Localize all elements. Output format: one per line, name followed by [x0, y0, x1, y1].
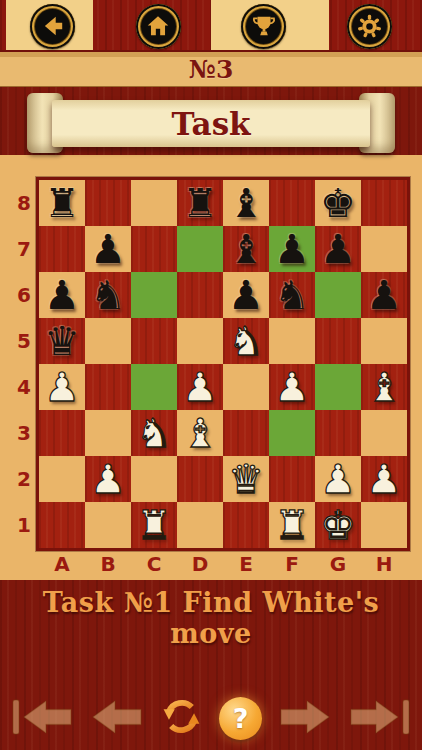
square-h3[interactable]: [361, 410, 407, 456]
rank-label-7: 7: [12, 226, 36, 272]
square-e4[interactable]: [223, 364, 269, 410]
square-g4[interactable]: [315, 364, 361, 410]
square-c7[interactable]: [131, 226, 177, 272]
file-label-a: A: [39, 552, 85, 576]
square-a5[interactable]: ♛: [39, 318, 85, 364]
file-label-g: G: [315, 552, 361, 576]
square-g6[interactable]: [315, 272, 361, 318]
white-pawn: ♟: [361, 456, 407, 502]
app-screen: №3 Task 87654321 ♜♜♝♚♟♝♟♟♟♞♟♞♟♛♞♟♟♟♝♞♝♟♛…: [0, 0, 422, 750]
square-f2[interactable]: [269, 456, 315, 502]
rank-label-6: 6: [12, 272, 36, 318]
square-e8[interactable]: ♝: [223, 180, 269, 226]
white-pawn: ♟: [269, 364, 315, 410]
square-c8[interactable]: [131, 180, 177, 226]
previous-move-button[interactable]: [90, 697, 144, 740]
previous-arrow-icon: [90, 697, 144, 740]
white-rook: ♜: [269, 502, 315, 548]
square-g8[interactable]: ♚: [315, 180, 361, 226]
square-h4[interactable]: ♝: [361, 364, 407, 410]
skip-to-first-icon: [10, 697, 74, 740]
trophy-icon: [251, 13, 277, 39]
square-d8[interactable]: ♜: [177, 180, 223, 226]
first-move-button[interactable]: [10, 697, 74, 740]
black-pawn: ♟: [269, 226, 315, 272]
square-g3[interactable]: [315, 410, 361, 456]
square-c5[interactable]: [131, 318, 177, 364]
settings-button[interactable]: [347, 4, 392, 49]
black-pawn: ♟: [223, 272, 269, 318]
black-pawn: ♟: [361, 272, 407, 318]
square-b3[interactable]: [85, 410, 131, 456]
square-a6[interactable]: ♟: [39, 272, 85, 318]
square-b6[interactable]: ♞: [85, 272, 131, 318]
rank-labels: 87654321: [12, 177, 36, 551]
square-h8[interactable]: [361, 180, 407, 226]
square-e2[interactable]: ♛: [223, 456, 269, 502]
square-c2[interactable]: [131, 456, 177, 502]
file-label-b: B: [85, 552, 131, 576]
file-label-f: F: [269, 552, 315, 576]
square-a4[interactable]: ♟: [39, 364, 85, 410]
square-c4[interactable]: [131, 364, 177, 410]
square-d6[interactable]: [177, 272, 223, 318]
rank-label-8: 8: [12, 180, 36, 226]
white-pawn: ♟: [315, 456, 361, 502]
puzzle-number-band: №3: [0, 52, 422, 87]
square-e1[interactable]: [223, 502, 269, 548]
square-a1[interactable]: [39, 502, 85, 548]
square-g1[interactable]: ♚: [315, 502, 361, 548]
square-a8[interactable]: ♜: [39, 180, 85, 226]
rank-label-1: 1: [12, 502, 36, 548]
restart-icon: [160, 695, 203, 741]
square-b7[interactable]: ♟: [85, 226, 131, 272]
white-pawn: ♟: [39, 364, 85, 410]
next-arrow-icon: [278, 697, 332, 740]
square-f3[interactable]: [269, 410, 315, 456]
home-button[interactable]: [136, 4, 181, 49]
square-b2[interactable]: ♟: [85, 456, 131, 502]
file-labels: ABCDEFGH: [39, 552, 407, 576]
square-d4[interactable]: ♟: [177, 364, 223, 410]
white-bishop: ♝: [177, 410, 223, 456]
bottom-navigation: ?: [0, 695, 422, 750]
square-b5[interactable]: [85, 318, 131, 364]
square-g5[interactable]: [315, 318, 361, 364]
black-pawn: ♟: [85, 226, 131, 272]
black-queen: ♛: [39, 318, 85, 364]
square-d2[interactable]: [177, 456, 223, 502]
file-label-h: H: [361, 552, 407, 576]
square-h6[interactable]: ♟: [361, 272, 407, 318]
back-arrow-icon: [40, 13, 66, 39]
file-label-d: D: [177, 552, 223, 576]
back-button[interactable]: [30, 4, 75, 49]
square-e3[interactable]: [223, 410, 269, 456]
white-bishop: ♝: [361, 364, 407, 410]
white-pawn: ♟: [177, 364, 223, 410]
puzzle-number: №3: [189, 55, 234, 84]
square-f1[interactable]: ♜: [269, 502, 315, 548]
black-king: ♚: [315, 180, 361, 226]
square-h2[interactable]: ♟: [361, 456, 407, 502]
skip-to-last-icon: [348, 697, 412, 740]
chess-board[interactable]: ♜♜♝♚♟♝♟♟♟♞♟♞♟♛♞♟♟♟♝♞♝♟♛♟♟♜♜♚: [36, 177, 410, 551]
square-f6[interactable]: ♞: [269, 272, 315, 318]
rank-label-5: 5: [12, 318, 36, 364]
square-h7[interactable]: [361, 226, 407, 272]
square-h1[interactable]: [361, 502, 407, 548]
black-knight: ♞: [269, 272, 315, 318]
achievements-button[interactable]: [241, 4, 286, 49]
rank-label-3: 3: [12, 410, 36, 456]
square-e7[interactable]: ♝: [223, 226, 269, 272]
square-d5[interactable]: [177, 318, 223, 364]
task-banner-label: Task: [171, 106, 250, 142]
square-d7[interactable]: [177, 226, 223, 272]
next-move-button[interactable]: [278, 697, 332, 740]
board-panel: 87654321 ♜♜♝♚♟♝♟♟♟♞♟♞♟♛♞♟♟♟♝♞♝♟♛♟♟♜♜♚ AB…: [0, 155, 422, 580]
square-a7[interactable]: [39, 226, 85, 272]
white-knight: ♞: [131, 410, 177, 456]
last-move-button[interactable]: [348, 697, 412, 740]
black-knight: ♞: [85, 272, 131, 318]
question-mark-icon: ?: [219, 697, 262, 740]
square-a3[interactable]: [39, 410, 85, 456]
black-pawn: ♟: [39, 272, 85, 318]
black-rook: ♜: [177, 180, 223, 226]
square-g7[interactable]: ♟: [315, 226, 361, 272]
bottom-section: Task №1 Find White's move: [0, 580, 422, 750]
square-b1[interactable]: [85, 502, 131, 548]
task-banner-section: Task: [0, 87, 422, 155]
black-bishop: ♝: [223, 226, 269, 272]
square-e5[interactable]: ♞: [223, 318, 269, 364]
white-knight: ♞: [223, 318, 269, 364]
square-c6[interactable]: [131, 272, 177, 318]
rank-label-4: 4: [12, 364, 36, 410]
white-king: ♚: [315, 502, 361, 548]
white-pawn: ♟: [85, 456, 131, 502]
black-bishop: ♝: [223, 180, 269, 226]
home-icon: [145, 13, 171, 39]
square-a2[interactable]: [39, 456, 85, 502]
black-rook: ♜: [39, 180, 85, 226]
task-instruction: Task №1 Find White's move: [0, 587, 422, 649]
square-f4[interactable]: ♟: [269, 364, 315, 410]
square-g2[interactable]: ♟: [315, 456, 361, 502]
hint-button[interactable]: ?: [219, 697, 262, 740]
restart-button[interactable]: [160, 695, 203, 741]
square-f8[interactable]: [269, 180, 315, 226]
square-e6[interactable]: ♟: [223, 272, 269, 318]
square-f7[interactable]: ♟: [269, 226, 315, 272]
file-label-c: C: [131, 552, 177, 576]
rank-label-2: 2: [12, 456, 36, 502]
task-banner: Task: [52, 100, 370, 147]
white-rook: ♜: [131, 502, 177, 548]
square-c3[interactable]: ♞: [131, 410, 177, 456]
square-d3[interactable]: ♝: [177, 410, 223, 456]
white-queen: ♛: [223, 456, 269, 502]
square-b8[interactable]: [85, 180, 131, 226]
file-label-e: E: [223, 552, 269, 576]
gear-icon: [356, 13, 383, 40]
black-pawn: ♟: [315, 226, 361, 272]
square-h5[interactable]: [361, 318, 407, 364]
square-d1[interactable]: [177, 502, 223, 548]
square-b4[interactable]: [85, 364, 131, 410]
square-c1[interactable]: ♜: [131, 502, 177, 548]
top-toolbar: [0, 0, 422, 52]
square-f5[interactable]: [269, 318, 315, 364]
